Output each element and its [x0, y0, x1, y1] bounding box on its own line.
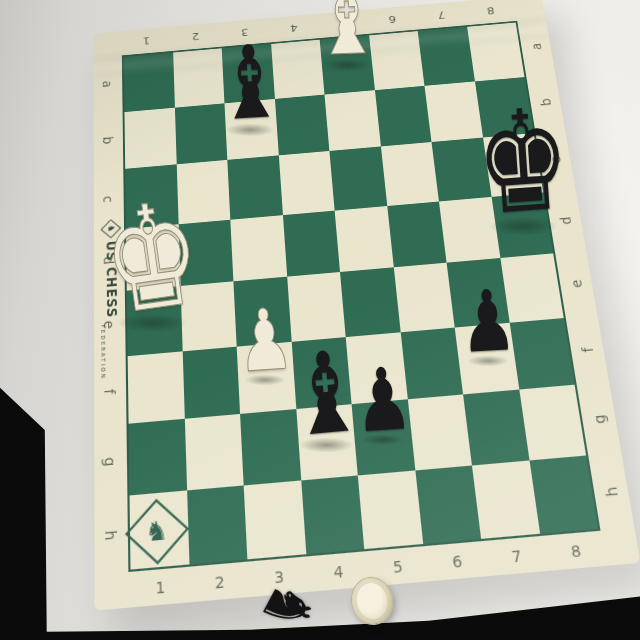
rank-label-bottom-8: 8: [570, 542, 583, 561]
file-label-right-a: a: [528, 42, 544, 50]
square-b5[interactable]: [324, 90, 380, 151]
rank-label-top-8: 8: [486, 4, 495, 16]
rank-label-bottom-4: 4: [333, 562, 344, 581]
rank-label-bottom-6: 6: [451, 552, 463, 571]
brand-subtext: FEDERATION: [100, 324, 106, 380]
square-h6[interactable]: [415, 465, 481, 544]
square-d3[interactable]: [230, 215, 286, 282]
chessboard-photo: 1122334455667788aabbccddeeffgghh ♞ US CH…: [0, 0, 640, 640]
square-f2[interactable]: [182, 346, 240, 419]
white-bishop-a5[interactable]: ♝: [313, 0, 382, 70]
file-label-left-f: f: [101, 388, 118, 394]
square-f1[interactable]: [128, 351, 185, 424]
square-h8[interactable]: [529, 455, 598, 534]
rank-label-bottom-7: 7: [511, 547, 523, 566]
rank-label-top-7: 7: [437, 9, 446, 21]
rank-label-bottom-5: 5: [392, 557, 404, 576]
square-g2[interactable]: [184, 414, 243, 490]
square-g6[interactable]: [407, 394, 472, 470]
rank-label-bottom-1: 1: [155, 578, 165, 597]
rank-label-bottom-2: 2: [215, 573, 226, 592]
white-king-e1[interactable]: ♚: [95, 180, 209, 335]
rank-label-top-6: 6: [388, 13, 397, 25]
rank-label-top-2: 2: [191, 30, 199, 42]
file-label-right-f: f: [579, 347, 596, 353]
file-label-left-b: b: [100, 136, 115, 145]
square-h4[interactable]: [301, 475, 365, 554]
file-label-right-e: e: [568, 279, 586, 289]
square-g8[interactable]: [519, 385, 586, 460]
square-b1[interactable]: [124, 107, 176, 169]
square-d4[interactable]: [282, 210, 340, 276]
square-d6[interactable]: [387, 201, 447, 267]
rank-label-top-4: 4: [290, 21, 298, 33]
file-label-right-g: g: [590, 414, 608, 425]
file-label-right-h: h: [602, 486, 621, 497]
black-pawn-f7[interactable]: ♟: [458, 278, 518, 365]
square-c3[interactable]: [227, 155, 282, 219]
square-h3[interactable]: [244, 480, 306, 559]
square-c4[interactable]: [278, 151, 334, 215]
square-g1[interactable]: [129, 419, 187, 495]
file-label-left-a: a: [100, 80, 115, 88]
black-bishop-b3[interactable]: ♝: [214, 32, 286, 136]
file-label-left-h: h: [102, 530, 119, 541]
black-king-d8[interactable]: ♚: [472, 90, 574, 236]
black-bishop-g4[interactable]: ♝: [284, 334, 368, 452]
square-e6[interactable]: [393, 263, 454, 332]
knight-icon: ♞: [145, 517, 169, 546]
square-a8[interactable]: [467, 23, 525, 82]
square-f8[interactable]: [509, 318, 574, 390]
square-g7[interactable]: [463, 390, 529, 465]
square-b6[interactable]: [374, 85, 431, 146]
square-c6[interactable]: [380, 142, 438, 206]
rank-label-top-1: 1: [142, 34, 150, 46]
square-a1[interactable]: [124, 53, 175, 112]
square-h2[interactable]: [187, 485, 248, 565]
square-h5[interactable]: [358, 470, 423, 549]
square-d5[interactable]: [335, 206, 394, 272]
square-a7[interactable]: [418, 27, 475, 86]
square-h7[interactable]: [472, 460, 540, 539]
file-label-left-g: g: [102, 456, 119, 467]
square-c5[interactable]: [329, 146, 386, 210]
